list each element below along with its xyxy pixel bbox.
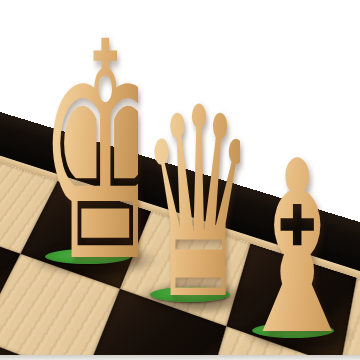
chess-board (0, 112, 360, 360)
photo-bottom-edge (0, 355, 360, 360)
chess-photo-stage: ♚♛♝ (0, 0, 360, 360)
